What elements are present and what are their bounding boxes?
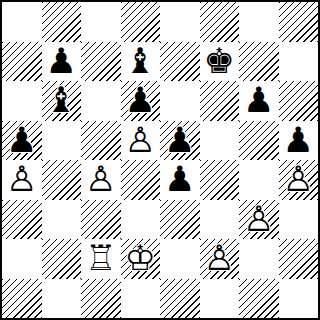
piece-halo: ♟ [279, 160, 319, 200]
square-h5[interactable]: ♟♟ [279, 121, 319, 161]
square-d4[interactable] [121, 160, 161, 200]
square-e1[interactable] [160, 279, 200, 319]
square-f2[interactable]: ♟♙ [200, 239, 240, 279]
square-a8[interactable] [2, 2, 42, 42]
square-a7[interactable] [2, 42, 42, 82]
square-f1[interactable] [200, 279, 240, 319]
piece-halo: ♟ [121, 121, 161, 161]
square-d7[interactable]: ♝♝ [121, 42, 161, 82]
square-h4[interactable]: ♟♙ [279, 160, 319, 200]
square-g4[interactable] [239, 160, 279, 200]
piece-halo: ♚ [200, 42, 240, 82]
square-b2[interactable] [42, 239, 82, 279]
square-h6[interactable] [279, 81, 319, 121]
piece-halo: ♟ [160, 121, 200, 161]
square-a2[interactable] [2, 239, 42, 279]
square-c8[interactable] [81, 2, 121, 42]
black-bishop-piece: ♝ [121, 42, 161, 82]
square-g8[interactable] [239, 2, 279, 42]
chess-board: ♟♟♝♝♚♚♝♝♟♟♟♟♟♟♟♙♟♟♟♟♟♙♟♙♟♟♟♙♟♙♜♖♚♔♟♙ [0, 0, 320, 320]
piece-halo: ♟ [200, 239, 240, 279]
square-f4[interactable] [200, 160, 240, 200]
square-g3[interactable]: ♟♙ [239, 200, 279, 240]
square-f5[interactable] [200, 121, 240, 161]
square-a4[interactable]: ♟♙ [2, 160, 42, 200]
square-d8[interactable] [121, 2, 161, 42]
square-b7[interactable]: ♟♟ [42, 42, 82, 82]
piece-halo: ♟ [81, 160, 121, 200]
white-rook-piece: ♖ [81, 239, 121, 279]
black-pawn-piece: ♟ [160, 121, 200, 161]
square-e3[interactable] [160, 200, 200, 240]
square-d1[interactable] [121, 279, 161, 319]
square-d3[interactable] [121, 200, 161, 240]
white-pawn-piece: ♙ [2, 160, 42, 200]
piece-halo: ♟ [239, 81, 279, 121]
piece-halo: ♟ [121, 81, 161, 121]
square-g2[interactable] [239, 239, 279, 279]
piece-halo: ♝ [42, 81, 82, 121]
square-c2[interactable]: ♜♖ [81, 239, 121, 279]
black-pawn-piece: ♟ [160, 160, 200, 200]
square-f8[interactable] [200, 2, 240, 42]
square-b6[interactable]: ♝♝ [42, 81, 82, 121]
square-c4[interactable]: ♟♙ [81, 160, 121, 200]
piece-halo: ♟ [2, 160, 42, 200]
square-b8[interactable] [42, 2, 82, 42]
square-d6[interactable]: ♟♟ [121, 81, 161, 121]
white-pawn-piece: ♙ [279, 160, 319, 200]
square-c3[interactable] [81, 200, 121, 240]
square-h2[interactable] [279, 239, 319, 279]
black-pawn-piece: ♟ [42, 42, 82, 82]
square-h1[interactable] [279, 279, 319, 319]
square-f7[interactable]: ♚♚ [200, 42, 240, 82]
square-f3[interactable] [200, 200, 240, 240]
square-e5[interactable]: ♟♟ [160, 121, 200, 161]
piece-halo: ♜ [81, 239, 121, 279]
white-pawn-piece: ♙ [239, 200, 279, 240]
square-a1[interactable] [2, 279, 42, 319]
square-h7[interactable] [279, 42, 319, 82]
black-pawn-piece: ♟ [239, 81, 279, 121]
black-king-piece: ♚ [200, 42, 240, 82]
square-b3[interactable] [42, 200, 82, 240]
square-c7[interactable] [81, 42, 121, 82]
square-f6[interactable] [200, 81, 240, 121]
square-g7[interactable] [239, 42, 279, 82]
square-e7[interactable] [160, 42, 200, 82]
square-c5[interactable] [81, 121, 121, 161]
piece-halo: ♟ [279, 121, 319, 161]
black-pawn-piece: ♟ [121, 81, 161, 121]
piece-halo: ♟ [160, 160, 200, 200]
white-king-piece: ♔ [121, 239, 161, 279]
piece-halo: ♟ [2, 121, 42, 161]
square-e2[interactable] [160, 239, 200, 279]
piece-halo: ♟ [42, 42, 82, 82]
square-h8[interactable] [279, 2, 319, 42]
square-c1[interactable] [81, 279, 121, 319]
piece-halo: ♟ [239, 200, 279, 240]
square-b5[interactable] [42, 121, 82, 161]
black-bishop-piece: ♝ [42, 81, 82, 121]
square-g1[interactable] [239, 279, 279, 319]
piece-halo: ♝ [121, 42, 161, 82]
square-a5[interactable]: ♟♟ [2, 121, 42, 161]
square-d2[interactable]: ♚♔ [121, 239, 161, 279]
square-g5[interactable] [239, 121, 279, 161]
square-b4[interactable] [42, 160, 82, 200]
square-e8[interactable] [160, 2, 200, 42]
white-pawn-piece: ♙ [81, 160, 121, 200]
square-a6[interactable] [2, 81, 42, 121]
square-e6[interactable] [160, 81, 200, 121]
square-e4[interactable]: ♟♟ [160, 160, 200, 200]
piece-halo: ♚ [121, 239, 161, 279]
square-g6[interactable]: ♟♟ [239, 81, 279, 121]
black-pawn-piece: ♟ [279, 121, 319, 161]
white-pawn-piece: ♙ [200, 239, 240, 279]
square-a3[interactable] [2, 200, 42, 240]
black-pawn-piece: ♟ [2, 121, 42, 161]
white-pawn-piece: ♙ [121, 121, 161, 161]
square-d5[interactable]: ♟♙ [121, 121, 161, 161]
square-h3[interactable] [279, 200, 319, 240]
square-c6[interactable] [81, 81, 121, 121]
square-b1[interactable] [42, 279, 82, 319]
